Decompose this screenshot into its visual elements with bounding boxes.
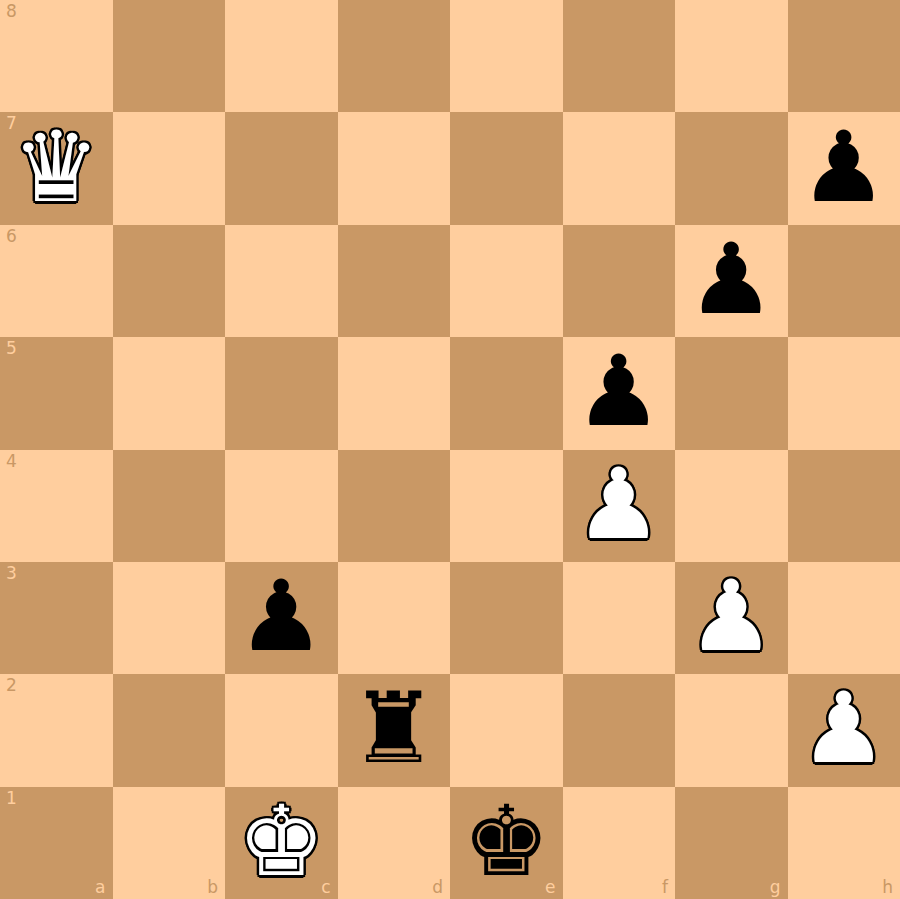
rank-label-1: 1 — [6, 790, 17, 807]
square-h7[interactable]: ♟ — [788, 112, 900, 224]
square-b6[interactable] — [113, 225, 226, 337]
square-c7[interactable] — [225, 112, 338, 224]
rank-label-3: 3 — [6, 565, 17, 582]
chess-board: 87♛♟6♟5♟4♟3♟♟2♜♟1abc♚de♚fgh — [0, 0, 900, 899]
square-h1[interactable]: h — [788, 787, 900, 899]
square-d8[interactable] — [338, 0, 451, 112]
square-a4[interactable]: 4 — [0, 450, 113, 562]
rank-label-2: 2 — [6, 677, 17, 694]
square-e6[interactable] — [450, 225, 563, 337]
white-pawn[interactable]: ♟ — [687, 567, 775, 665]
square-a7[interactable]: 7♛ — [0, 112, 113, 224]
square-c4[interactable] — [225, 450, 338, 562]
square-b4[interactable] — [113, 450, 226, 562]
square-f1[interactable]: f — [563, 787, 676, 899]
square-c1[interactable]: c♚ — [225, 787, 338, 899]
square-d4[interactable] — [338, 450, 451, 562]
square-b1[interactable]: b — [113, 787, 226, 899]
square-g4[interactable] — [675, 450, 788, 562]
square-g2[interactable] — [675, 674, 788, 786]
square-c6[interactable] — [225, 225, 338, 337]
square-e1[interactable]: e♚ — [450, 787, 563, 899]
square-c3[interactable]: ♟ — [225, 562, 338, 674]
rank-label-6: 6 — [6, 228, 17, 245]
square-g7[interactable] — [675, 112, 788, 224]
square-g3[interactable]: ♟ — [675, 562, 788, 674]
square-b7[interactable] — [113, 112, 226, 224]
file-label-g: g — [770, 879, 781, 896]
square-f8[interactable] — [563, 0, 676, 112]
square-a8[interactable]: 8 — [0, 0, 113, 112]
square-h5[interactable] — [788, 337, 900, 449]
rank-label-8: 8 — [6, 3, 17, 20]
square-a6[interactable]: 6 — [0, 225, 113, 337]
black-pawn[interactable]: ♟ — [800, 118, 888, 216]
rank-label-4: 4 — [6, 453, 17, 470]
white-pawn[interactable]: ♟ — [800, 679, 888, 777]
square-c8[interactable] — [225, 0, 338, 112]
square-d5[interactable] — [338, 337, 451, 449]
file-label-d: d — [432, 879, 443, 896]
file-label-f: f — [662, 879, 668, 896]
square-e5[interactable] — [450, 337, 563, 449]
square-f7[interactable] — [563, 112, 676, 224]
white-king[interactable]: ♚ — [237, 792, 325, 890]
black-pawn[interactable]: ♟ — [575, 342, 663, 440]
square-c2[interactable] — [225, 674, 338, 786]
square-d7[interactable] — [338, 112, 451, 224]
square-e8[interactable] — [450, 0, 563, 112]
square-b2[interactable] — [113, 674, 226, 786]
square-g6[interactable]: ♟ — [675, 225, 788, 337]
rank-label-5: 5 — [6, 340, 17, 357]
square-h3[interactable] — [788, 562, 900, 674]
square-f3[interactable] — [563, 562, 676, 674]
white-queen[interactable]: ♛ — [12, 118, 100, 216]
white-pawn[interactable]: ♟ — [575, 455, 663, 553]
black-pawn[interactable]: ♟ — [687, 230, 775, 328]
black-rook[interactable]: ♜ — [350, 679, 438, 777]
square-f5[interactable]: ♟ — [563, 337, 676, 449]
square-c5[interactable] — [225, 337, 338, 449]
square-e7[interactable] — [450, 112, 563, 224]
black-pawn[interactable]: ♟ — [237, 567, 325, 665]
file-label-a: a — [95, 879, 105, 896]
square-e4[interactable] — [450, 450, 563, 562]
file-label-h: h — [882, 879, 893, 896]
file-label-b: b — [207, 879, 218, 896]
square-h8[interactable] — [788, 0, 900, 112]
square-f4[interactable]: ♟ — [563, 450, 676, 562]
square-a3[interactable]: 3 — [0, 562, 113, 674]
square-g8[interactable] — [675, 0, 788, 112]
square-b8[interactable] — [113, 0, 226, 112]
square-d1[interactable]: d — [338, 787, 451, 899]
square-a2[interactable]: 2 — [0, 674, 113, 786]
square-h4[interactable] — [788, 450, 900, 562]
square-a5[interactable]: 5 — [0, 337, 113, 449]
square-e2[interactable] — [450, 674, 563, 786]
square-d2[interactable]: ♜ — [338, 674, 451, 786]
square-b5[interactable] — [113, 337, 226, 449]
square-g1[interactable]: g — [675, 787, 788, 899]
black-king[interactable]: ♚ — [462, 792, 550, 890]
square-d6[interactable] — [338, 225, 451, 337]
square-f6[interactable] — [563, 225, 676, 337]
square-f2[interactable] — [563, 674, 676, 786]
square-h6[interactable] — [788, 225, 900, 337]
square-e3[interactable] — [450, 562, 563, 674]
square-a1[interactable]: 1a — [0, 787, 113, 899]
square-b3[interactable] — [113, 562, 226, 674]
square-h2[interactable]: ♟ — [788, 674, 900, 786]
square-d3[interactable] — [338, 562, 451, 674]
square-g5[interactable] — [675, 337, 788, 449]
